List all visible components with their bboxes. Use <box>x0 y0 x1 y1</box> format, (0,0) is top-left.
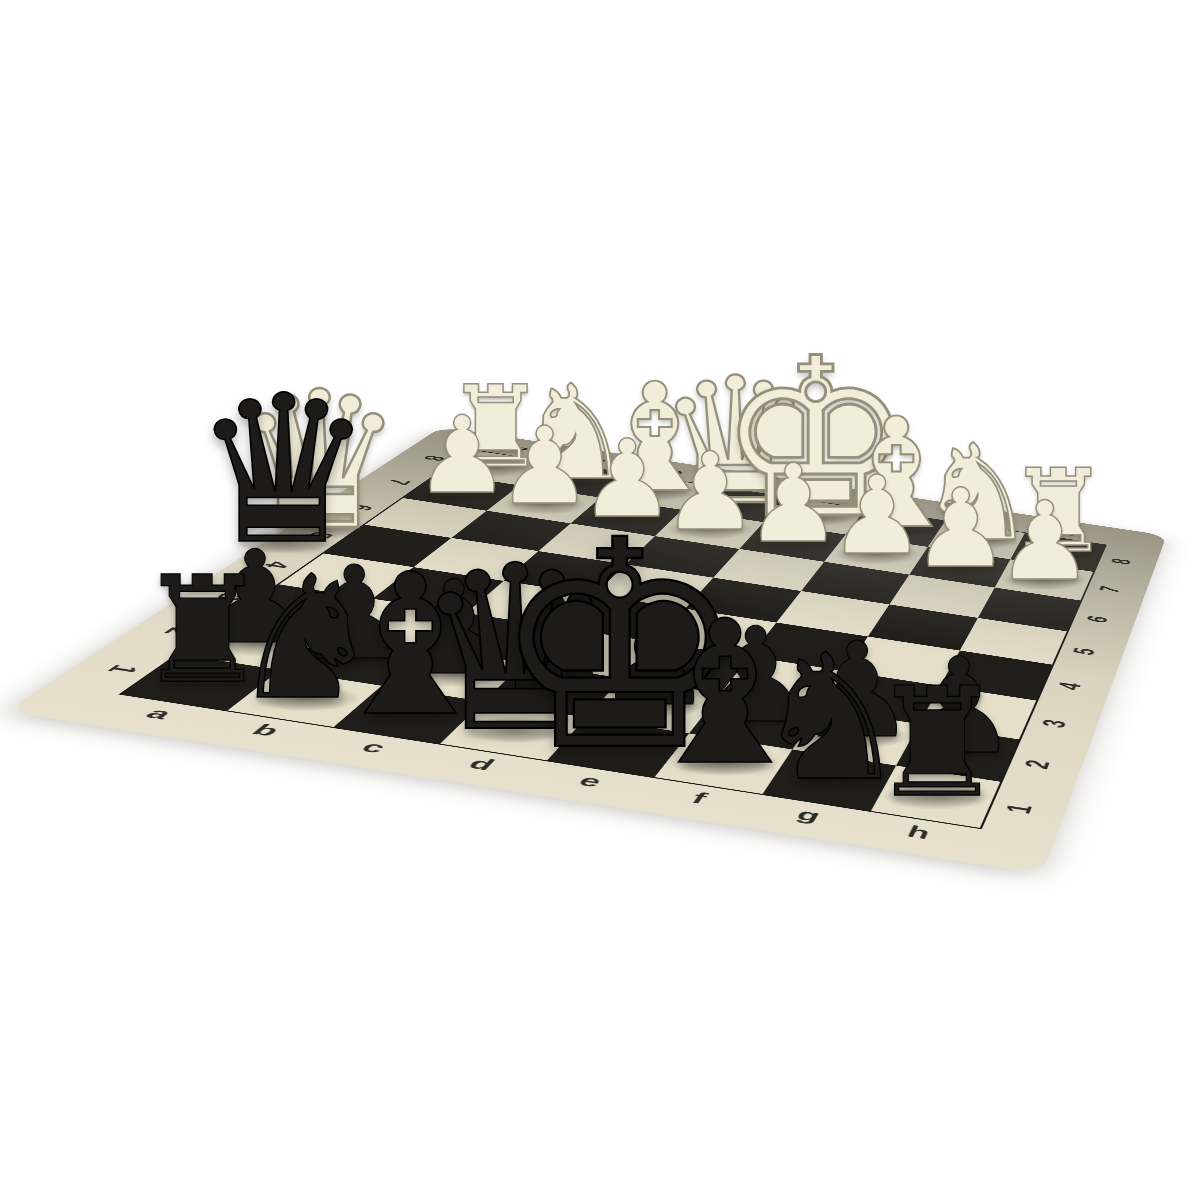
piece-white-pawn-e7: ♟ <box>745 450 842 558</box>
pawn-glyph: ♟ <box>745 450 842 558</box>
pawn-glyph: ♟ <box>996 487 1094 596</box>
rook-glyph: ♜ <box>869 668 1004 819</box>
piece-white-pawn-h7: ♟ <box>996 487 1094 596</box>
pawn-glyph: ♟ <box>828 462 925 570</box>
chess-set-photo-scene: aabbccddeeffgghh1122334455667788 ♜♞♝♛♚♝♞… <box>0 0 1200 1200</box>
piece-white-pawn-g7: ♟ <box>912 475 1009 584</box>
piece-white-pawn-f7: ♟ <box>828 462 925 570</box>
pieces-layer: ♜♞♝♛♚♝♞♜♟♟♟♟♟♟♟♟♟♟♟♟♟♟♟♟♜♞♝♛♚♝♞♜♛♛ <box>0 0 1200 1200</box>
pawn-glyph: ♟ <box>912 475 1009 584</box>
piece-black-rook-h1: ♜ <box>869 668 1004 819</box>
